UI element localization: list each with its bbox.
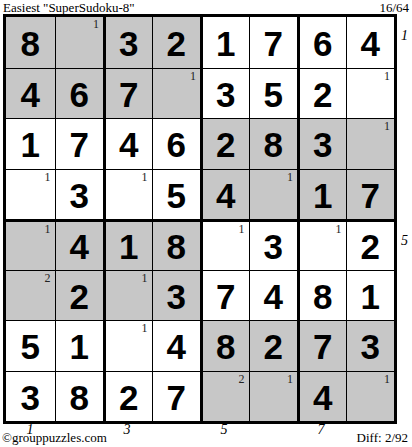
cell-r5c4[interactable]: 8 — [152, 219, 201, 270]
cell-r3c2[interactable]: 7 — [55, 118, 104, 169]
pencil-mark: 1 — [142, 272, 148, 284]
cell-r6c3[interactable]: 1 — [103, 270, 152, 321]
cell-value: 7 — [216, 277, 235, 314]
col-label-3: 3 — [124, 422, 131, 438]
cell-value: 4 — [361, 24, 380, 61]
cell-value: 5 — [21, 327, 40, 364]
cell-value: 3 — [21, 378, 40, 415]
cell-value: 3 — [264, 227, 283, 264]
cell-value: 3 — [216, 75, 235, 112]
cell-value: 8 — [216, 327, 235, 364]
cell-r1c7[interactable]: 6 — [297, 17, 346, 68]
cell-r8c6[interactable]: 1 — [249, 371, 298, 422]
copyright-text: ©grouppuzzles.com — [2, 430, 107, 446]
cell-value: 4 — [167, 327, 186, 364]
cell-r6c1[interactable]: 2 — [6, 270, 55, 321]
cell-r8c7[interactable]: 4 — [297, 371, 346, 422]
cell-r6c7[interactable]: 8 — [297, 270, 346, 321]
cell-r4c7[interactable]: 1 — [297, 169, 346, 220]
cell-value: 5 — [167, 176, 186, 213]
cell-r7c3[interactable]: 1 — [103, 320, 152, 371]
cell-r2c2[interactable]: 6 — [55, 68, 104, 119]
cell-r2c4[interactable]: 1 — [152, 68, 201, 119]
pencil-mark: 1 — [190, 70, 196, 82]
cell-r7c6[interactable]: 2 — [249, 320, 298, 371]
pencil-mark: 1 — [142, 171, 148, 183]
cell-value: 1 — [119, 227, 138, 264]
cell-value: 1 — [361, 277, 380, 314]
difficulty-text: Diff: 2/92 — [357, 430, 408, 446]
pencil-mark: 1 — [384, 70, 390, 82]
cell-r1c4[interactable]: 2 — [152, 17, 201, 68]
row-label-1: 1 — [401, 28, 408, 44]
cell-r3c4[interactable]: 6 — [152, 118, 201, 169]
cell-r1c8[interactable]: 4 — [346, 17, 395, 68]
cell-value: 4 — [70, 227, 89, 264]
cell-r8c1[interactable]: 3 — [6, 371, 55, 422]
cell-r5c5[interactable]: 1 — [200, 219, 249, 270]
cell-value: 1 — [21, 125, 40, 162]
col-label-5: 5 — [221, 422, 228, 438]
cell-value: 1 — [216, 24, 235, 61]
cell-r3c8[interactable]: 1 — [346, 118, 395, 169]
cell-r5c6[interactable]: 3 — [249, 219, 298, 270]
cell-value: 7 — [313, 327, 332, 364]
cell-r3c3[interactable]: 4 — [103, 118, 152, 169]
pencil-mark: 1 — [287, 171, 293, 183]
cell-value: 3 — [167, 277, 186, 314]
cell-value: 2 — [361, 227, 380, 264]
cell-value: 3 — [361, 327, 380, 364]
cell-r2c7[interactable]: 2 — [297, 68, 346, 119]
cell-value: 8 — [21, 24, 40, 61]
cell-r1c1[interactable]: 8 — [6, 17, 55, 68]
cell-value: 4 — [21, 75, 40, 112]
cell-r2c3[interactable]: 7 — [103, 68, 152, 119]
cell-value: 4 — [119, 125, 138, 162]
cell-r7c5[interactable]: 8 — [200, 320, 249, 371]
cell-r5c2[interactable]: 4 — [55, 219, 104, 270]
cell-r4c1[interactable]: 1 — [6, 169, 55, 220]
cell-r6c2[interactable]: 2 — [55, 270, 104, 321]
cell-value: 8 — [167, 227, 186, 264]
cell-value: 7 — [264, 24, 283, 61]
cell-r4c2[interactable]: 3 — [55, 169, 104, 220]
pencil-mark: 1 — [93, 18, 99, 30]
cell-r5c8[interactable]: 2 — [346, 219, 395, 270]
cell-r1c2[interactable]: 1 — [55, 17, 104, 68]
cell-value: 7 — [361, 176, 380, 213]
row-label-5: 5 — [401, 233, 408, 249]
cell-value: 7 — [70, 125, 89, 162]
cell-r8c2[interactable]: 8 — [55, 371, 104, 422]
cell-value: 1 — [313, 176, 332, 213]
cell-r3c1[interactable]: 1 — [6, 118, 55, 169]
col-label-7: 7 — [318, 422, 325, 438]
cell-r1c3[interactable]: 3 — [103, 17, 152, 68]
cell-value: 2 — [167, 24, 186, 61]
cell-value: 3 — [119, 24, 138, 61]
cell-value: 6 — [313, 24, 332, 61]
cell-r2c6[interactable]: 5 — [249, 68, 298, 119]
pencil-mark: 1 — [142, 322, 148, 334]
cell-r2c8[interactable]: 1 — [346, 68, 395, 119]
cell-r7c7[interactable]: 7 — [297, 320, 346, 371]
pencil-mark: 1 — [336, 223, 342, 235]
cell-r8c4[interactable]: 7 — [152, 371, 201, 422]
cell-value: 2 — [264, 327, 283, 364]
cell-value: 1 — [70, 327, 89, 364]
cell-value: 4 — [313, 378, 332, 415]
cell-r7c2[interactable]: 1 — [55, 320, 104, 371]
sudoku-board: 8132176446713521174628311315411714181312… — [3, 14, 397, 424]
cell-value: 6 — [167, 125, 186, 162]
cell-r4c4[interactable]: 5 — [152, 169, 201, 220]
cell-r5c7[interactable]: 1 — [297, 219, 346, 270]
cell-r1c5[interactable]: 1 — [200, 17, 249, 68]
cell-r3c6[interactable]: 8 — [249, 118, 298, 169]
cell-value: 8 — [264, 125, 283, 162]
cell-r2c5[interactable]: 3 — [200, 68, 249, 119]
cell-value: 7 — [167, 378, 186, 415]
cell-r4c6[interactable]: 1 — [249, 169, 298, 220]
pencil-mark: 1 — [239, 223, 245, 235]
cell-r7c4[interactable]: 4 — [152, 320, 201, 371]
cell-r4c5[interactable]: 4 — [200, 169, 249, 220]
cell-r7c1[interactable]: 5 — [6, 320, 55, 371]
cell-value: 3 — [313, 125, 332, 162]
cell-r7c8[interactable]: 3 — [346, 320, 395, 371]
puzzle-page: Easiest "SuperSudoku-8" 16/64 8132176446… — [0, 0, 412, 447]
cell-r6c4[interactable]: 3 — [152, 270, 201, 321]
pencil-mark: 1 — [287, 373, 293, 385]
pencil-mark: 1 — [45, 171, 51, 183]
cell-r8c3[interactable]: 2 — [103, 371, 152, 422]
cell-r8c5[interactable]: 2 — [200, 371, 249, 422]
cell-r4c8[interactable]: 7 — [346, 169, 395, 220]
cell-r6c6[interactable]: 4 — [249, 270, 298, 321]
pencil-mark: 1 — [45, 223, 51, 235]
cell-value: 7 — [119, 75, 138, 112]
cell-r4c3[interactable]: 1 — [103, 169, 152, 220]
cell-r3c5[interactable]: 2 — [200, 118, 249, 169]
cell-value: 4 — [264, 277, 283, 314]
cell-value: 3 — [70, 176, 89, 213]
cell-r3c7[interactable]: 3 — [297, 118, 346, 169]
cell-value: 2 — [119, 378, 138, 415]
cell-value: 6 — [70, 75, 89, 112]
cell-r5c3[interactable]: 1 — [103, 219, 152, 270]
pencil-mark: 2 — [239, 373, 245, 385]
cell-r6c5[interactable]: 7 — [200, 270, 249, 321]
pencil-mark: 2 — [45, 272, 51, 284]
pencil-mark: 1 — [384, 120, 390, 132]
cell-r2c1[interactable]: 4 — [6, 68, 55, 119]
cell-value: 8 — [70, 378, 89, 415]
cell-value: 5 — [264, 75, 283, 112]
cell-value: 2 — [70, 277, 89, 314]
cell-value: 8 — [313, 277, 332, 314]
cell-r6c8[interactable]: 1 — [346, 270, 395, 321]
cell-value: 4 — [216, 176, 235, 213]
cell-r5c1[interactable]: 1 — [6, 219, 55, 270]
cell-value: 2 — [216, 125, 235, 162]
pencil-mark: 1 — [384, 373, 390, 385]
cell-value: 2 — [313, 75, 332, 112]
cell-r1c6[interactable]: 7 — [249, 17, 298, 68]
cell-r8c8[interactable]: 1 — [346, 371, 395, 422]
